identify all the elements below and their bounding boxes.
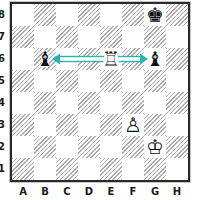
rank-label-3: 3 bbox=[0, 114, 8, 136]
piece-black-bishop-g6[interactable]: ♝ bbox=[144, 48, 166, 70]
piece-white-rook-e6[interactable]: ♖ bbox=[100, 48, 122, 70]
file-label-g: G bbox=[144, 185, 166, 198]
rank-label-4: 4 bbox=[0, 92, 8, 114]
rank-label-6: 6 bbox=[0, 48, 8, 70]
file-label-b: B bbox=[34, 185, 56, 198]
piece-white-king-g2[interactable]: ♔ bbox=[144, 136, 166, 158]
file-label-c: C bbox=[56, 185, 78, 198]
piece-black-bishop-b6[interactable]: ♝ bbox=[34, 48, 56, 70]
file-label-d: D bbox=[78, 185, 100, 198]
file-label-h: H bbox=[166, 185, 188, 198]
file-label-f: F bbox=[122, 185, 144, 198]
rank-label-8: 8 bbox=[0, 4, 8, 26]
file-label-e: E bbox=[100, 185, 122, 198]
rank-label-2: 2 bbox=[0, 136, 8, 158]
piece-white-pawn-f3[interactable]: ♙ bbox=[122, 114, 144, 136]
chess-diagram: ♚♝♖♝♙♔ 87654321 ABCDEFGH bbox=[0, 0, 197, 200]
rank-label-5: 5 bbox=[0, 70, 8, 92]
rank-label-7: 7 bbox=[0, 26, 8, 48]
file-label-a: A bbox=[12, 185, 34, 198]
chess-board: ♚♝♖♝♙♔ bbox=[10, 2, 190, 182]
rank-label-1: 1 bbox=[0, 158, 8, 180]
piece-black-king-g8[interactable]: ♚ bbox=[144, 4, 166, 26]
